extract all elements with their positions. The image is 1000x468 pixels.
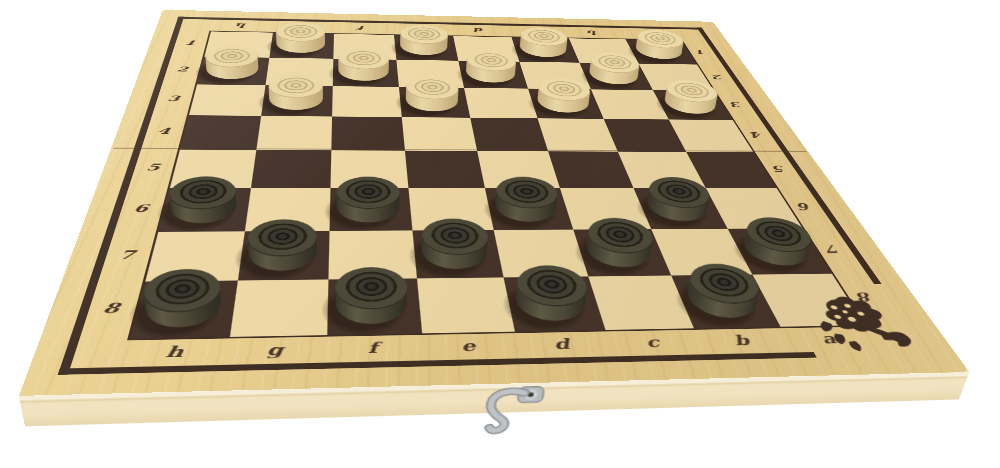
piece-light-a1[interactable] [631,41,686,61]
file-label-near-g: g [266,341,284,359]
piece-light-e1[interactable] [399,37,449,57]
rank-label-right-3: 3 [729,100,745,108]
piece-dark-b8[interactable] [680,279,765,321]
file-label-far-g: g [297,23,307,30]
file-label-far-f: f [359,25,365,32]
rank-label-right-7: 7 [823,243,844,256]
piece-light-f2[interactable] [338,61,389,83]
piece-light-g1[interactable] [275,35,325,55]
rank-label-left-2: 2 [176,65,189,73]
file-label-near-c: c [643,334,662,351]
board-front-edge [19,372,969,426]
photo-scene: 1122334455667788hhggffeeddccbbaa [0,0,1000,468]
piece-dark-h8[interactable] [141,285,225,330]
piece-dark-d6[interactable] [492,191,560,223]
rank-label-left-4: 4 [156,126,171,136]
checkers-board: 1122334455667788hhggffeeddccbbaa [19,10,969,396]
piece-light-d2[interactable] [464,63,518,85]
piece-dark-c7[interactable] [581,233,657,270]
file-label-far-d: d [474,27,485,34]
piece-light-b2[interactable] [585,65,642,86]
perspective-container: 1122334455667788hhggffeeddccbbaa [0,0,1000,468]
file-label-near-e: e [460,337,477,354]
piece-dark-e7[interactable] [420,234,491,272]
latch-hook-icon [481,386,553,435]
rank-label-right-5: 5 [770,164,788,174]
piece-light-a3[interactable] [659,93,721,116]
piece-dark-f6[interactable] [337,192,401,225]
piece-light-c3[interactable] [534,91,593,115]
piece-light-g3[interactable] [268,88,324,112]
piece-light-h2[interactable] [204,59,260,81]
rank-label-left-6: 6 [132,202,150,214]
file-label-far-e: e [416,26,426,33]
piece-light-e3[interactable] [405,89,460,113]
rank-label-left-8: 8 [101,300,122,316]
board-left-edge [19,10,165,424]
rank-label-right-4: 4 [748,130,765,139]
file-label-near-b: b [730,332,752,348]
pieces-layer [128,31,862,337]
file-label-far-h: h [236,22,248,29]
piece-dark-b6[interactable] [641,191,714,223]
piece-dark-h6[interactable] [167,192,239,226]
file-label-near-d: d [552,336,572,353]
piece-dark-g7[interactable] [246,235,317,273]
rank-label-right-6: 6 [795,201,814,212]
rank-label-left-1: 1 [184,39,197,46]
piece-dark-d8[interactable] [512,281,591,324]
rank-label-left-5: 5 [145,162,161,173]
rank-label-left-7: 7 [118,248,137,262]
border-line-bottom [58,352,817,375]
file-label-far-b: b [587,29,599,35]
file-label-near-h: h [164,343,185,361]
rank-label-right-1: 1 [694,48,708,55]
rank-label-right-2: 2 [711,73,726,80]
file-label-near-f: f [368,339,378,356]
piece-dark-f8[interactable] [335,283,408,327]
rank-label-left-3: 3 [166,94,180,103]
piece-light-c1[interactable] [517,39,570,59]
piece-dark-a7[interactable] [736,232,817,268]
